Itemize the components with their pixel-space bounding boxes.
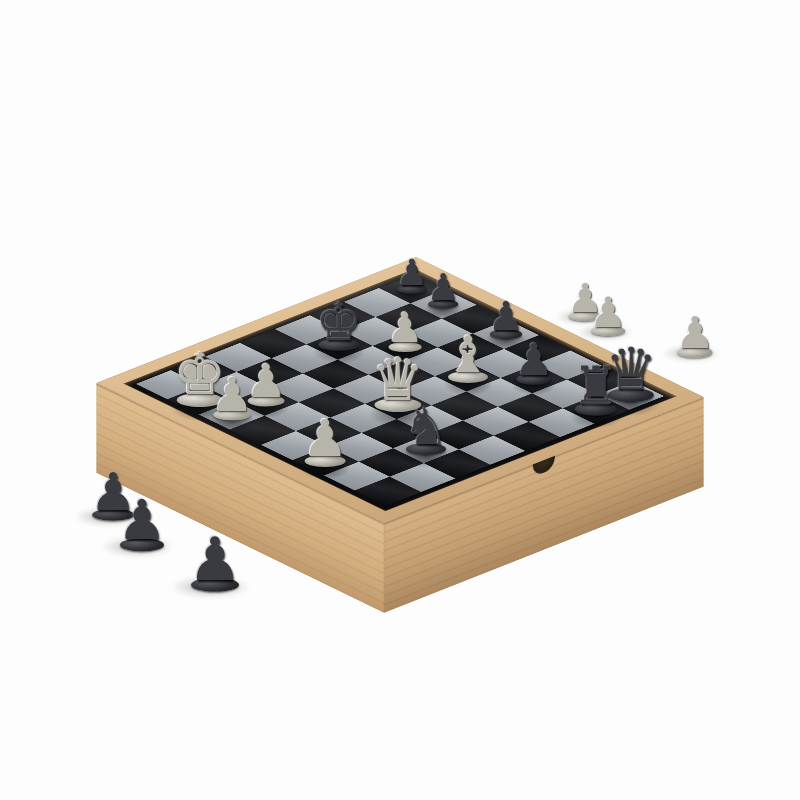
- dark-pawn-glyph: ♟: [514, 338, 553, 382]
- square-g5[interactable]: [463, 407, 529, 436]
- square-h1[interactable]: [355, 477, 421, 506]
- dark-knight-glyph: ♞: [404, 402, 449, 452]
- dark-pawn-glyph: ♟: [188, 529, 242, 589]
- product-photo-stage: ♚♟♟♟♛♟♝♚♟♟♟♟♞♜♛♟♟♟♟♟♟: [0, 0, 800, 800]
- silver-pawn-glyph: ♟: [387, 308, 424, 349]
- silver-pawn-glyph: ♟: [675, 311, 714, 355]
- dark-king-glyph: ♚: [316, 296, 363, 348]
- silver-pawn-glyph: ♟: [302, 413, 348, 464]
- silver-pawn-glyph: ♟: [211, 371, 253, 418]
- square-h2[interactable]: [390, 463, 456, 492]
- dark-pawn-glyph: ♟: [117, 493, 166, 548]
- dark-pawn-glyph: ♟: [396, 255, 428, 291]
- dark-pawn-glyph: ♟: [488, 296, 524, 336]
- silver-bishop-glyph: ♝: [446, 330, 491, 380]
- silver-pawn-glyph: ♟: [589, 292, 627, 334]
- dark-pawn-glyph: ♟: [426, 269, 459, 306]
- dark-rook-glyph: ♜: [572, 359, 620, 412]
- square-g6[interactable]: [497, 393, 563, 422]
- square-h4[interactable]: [459, 436, 525, 465]
- square-h5[interactable]: [494, 422, 560, 451]
